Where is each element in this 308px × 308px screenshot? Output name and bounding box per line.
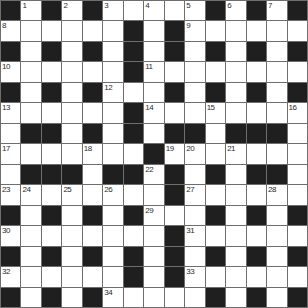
cell-r10c9[interactable]: [185, 206, 204, 225]
cell-r7c9[interactable]: 20: [185, 144, 204, 163]
cell-r3c1[interactable]: [21, 62, 40, 81]
black-cell-r13c8: [165, 267, 184, 286]
clue-number-31: 31: [186, 226, 194, 235]
cell-r9c3[interactable]: 25: [62, 185, 81, 204]
cell-r5c1[interactable]: [21, 103, 40, 122]
cell-r4c7[interactable]: [144, 83, 163, 102]
cell-r6c3[interactable]: [62, 124, 81, 143]
black-cell-r12c14: [288, 247, 307, 266]
black-cell-r7c7: [144, 144, 163, 163]
black-cell-r1c6: [124, 21, 143, 40]
clue-number-22: 22: [145, 165, 153, 174]
clue-number-20: 20: [186, 144, 194, 153]
cell-r10c7[interactable]: 29: [144, 206, 163, 225]
cell-r5c3[interactable]: [62, 103, 81, 122]
clue-number-25: 25: [63, 185, 71, 194]
cell-r9c13[interactable]: 28: [267, 185, 286, 204]
black-cell-r0c4: [83, 1, 102, 20]
cell-r4c3[interactable]: [62, 83, 81, 102]
cell-r11c9[interactable]: 31: [185, 226, 204, 245]
black-cell-r8c13: [267, 165, 286, 184]
black-cell-r8c2: [42, 165, 61, 184]
cell-r1c4[interactable]: [83, 21, 102, 40]
black-cell-r0c2: [42, 1, 61, 20]
cell-r5c4[interactable]: [83, 103, 102, 122]
cell-r7c5[interactable]: [103, 144, 122, 163]
black-cell-r4c4: [83, 83, 102, 102]
cell-r4c13[interactable]: [267, 83, 286, 102]
black-cell-r2c4: [83, 42, 102, 61]
black-cell-r9c8: [165, 185, 184, 204]
black-cell-r6c9: [185, 124, 204, 143]
clue-number-34: 34: [104, 288, 112, 297]
cell-r14c11[interactable]: [226, 288, 245, 307]
cell-r13c5[interactable]: [103, 267, 122, 286]
cell-r1c10[interactable]: [206, 21, 225, 40]
clue-number-2: 2: [63, 1, 67, 10]
cell-r4c11[interactable]: [226, 83, 245, 102]
black-cell-r3c6: [124, 62, 143, 81]
cell-r11c10[interactable]: [206, 226, 225, 245]
black-cell-r10c4: [83, 206, 102, 225]
clue-number-21: 21: [227, 144, 235, 153]
cell-r7c3[interactable]: [62, 144, 81, 163]
cell-r4c1[interactable]: [21, 83, 40, 102]
clue-number-4: 4: [145, 1, 149, 10]
cell-r0c8[interactable]: [165, 1, 184, 20]
cell-r11c6[interactable]: [124, 226, 143, 245]
clue-number-9: 9: [186, 21, 190, 30]
cell-r14c3[interactable]: [62, 288, 81, 307]
black-cell-r8c10: [206, 165, 225, 184]
black-cell-r6c12: [247, 124, 266, 143]
cell-r14c5[interactable]: 34: [103, 288, 122, 307]
clue-number-23: 23: [2, 185, 10, 194]
clue-number-5: 5: [186, 1, 190, 10]
cell-r9c4[interactable]: [83, 185, 102, 204]
cell-r12c5[interactable]: [103, 247, 122, 266]
cell-r2c1[interactable]: [21, 42, 40, 61]
black-cell-r6c13: [267, 124, 286, 143]
cell-r0c6[interactable]: [124, 1, 143, 20]
black-cell-r0c10: [206, 1, 225, 20]
clue-number-27: 27: [186, 185, 194, 194]
black-cell-r8c8: [165, 165, 184, 184]
cell-r13c2[interactable]: [42, 267, 61, 286]
cell-r12c7[interactable]: [144, 247, 163, 266]
clue-number-14: 14: [145, 103, 153, 112]
black-cell-r8c1: [21, 165, 40, 184]
black-cell-r6c2: [42, 124, 61, 143]
cell-r0c3[interactable]: 2: [62, 1, 81, 20]
black-cell-r14c12: [247, 288, 266, 307]
clue-number-16: 16: [289, 103, 297, 112]
black-cell-r6c4: [83, 124, 102, 143]
cell-r12c13[interactable]: [267, 247, 286, 266]
cell-r7c10[interactable]: [206, 144, 225, 163]
cell-r3c9[interactable]: [185, 62, 204, 81]
crossword-board: 1234567891011121314151617181920212223242…: [0, 0, 308, 308]
cell-r9c5[interactable]: 26: [103, 185, 122, 204]
cell-r0c9[interactable]: 5: [185, 1, 204, 20]
cell-r7c13[interactable]: [267, 144, 286, 163]
cell-r14c13[interactable]: [267, 288, 286, 307]
black-cell-r5c6: [124, 103, 143, 122]
black-cell-r10c2: [42, 206, 61, 225]
cell-r7c12[interactable]: [247, 144, 266, 163]
cell-r0c11[interactable]: 6: [226, 1, 245, 20]
black-cell-r6c11: [226, 124, 245, 143]
black-cell-r2c6: [124, 42, 143, 61]
cell-r10c13[interactable]: [267, 206, 286, 225]
black-cell-r2c14: [288, 42, 307, 61]
black-cell-r4c2: [42, 83, 61, 102]
black-cell-r4c14: [288, 83, 307, 102]
cell-r11c2[interactable]: [42, 226, 61, 245]
black-cell-r0c14: [288, 1, 307, 20]
black-cell-r10c14: [288, 206, 307, 225]
cell-r13c9[interactable]: 33: [185, 267, 204, 286]
cell-r3c10[interactable]: [206, 62, 225, 81]
cell-r5c10[interactable]: 15: [206, 103, 225, 122]
cell-r13c4[interactable]: [83, 267, 102, 286]
cell-r5c2[interactable]: [42, 103, 61, 122]
cell-r7c6[interactable]: [124, 144, 143, 163]
black-cell-r2c2: [42, 42, 61, 61]
cell-r11c13[interactable]: [267, 226, 286, 245]
black-cell-r4c0: [1, 83, 20, 102]
clue-number-18: 18: [84, 144, 92, 153]
clue-number-1: 1: [22, 1, 26, 10]
cell-r13c0[interactable]: 32: [1, 267, 20, 286]
cell-r5c13[interactable]: [267, 103, 286, 122]
cell-r8c9[interactable]: [185, 165, 204, 184]
cell-r0c1[interactable]: 1: [21, 1, 40, 20]
cell-r3c13[interactable]: [267, 62, 286, 81]
black-cell-r13c6: [124, 267, 143, 286]
black-cell-r8c5: [103, 165, 122, 184]
cell-r3c14[interactable]: [288, 62, 307, 81]
cell-r8c11[interactable]: [226, 165, 245, 184]
cell-r9c11[interactable]: [226, 185, 245, 204]
cell-r3c2[interactable]: [42, 62, 61, 81]
black-cell-r14c4: [83, 288, 102, 307]
black-cell-r4c8: [165, 83, 184, 102]
clue-number-28: 28: [268, 185, 276, 194]
cell-r8c7[interactable]: 22: [144, 165, 163, 184]
cell-r6c5[interactable]: [103, 124, 122, 143]
cell-r13c10[interactable]: [206, 267, 225, 286]
black-cell-r10c6: [124, 206, 143, 225]
clue-number-32: 32: [2, 267, 10, 276]
cell-r10c1[interactable]: [21, 206, 40, 225]
cell-r1c14[interactable]: [288, 21, 307, 40]
clue-number-10: 10: [2, 62, 10, 71]
black-cell-r10c12: [247, 206, 266, 225]
cell-r5c12[interactable]: [247, 103, 266, 122]
clue-number-26: 26: [104, 185, 112, 194]
cell-r3c8[interactable]: [165, 62, 184, 81]
black-cell-r4c12: [247, 83, 266, 102]
cell-r1c2[interactable]: [42, 21, 61, 40]
black-cell-r14c14: [288, 288, 307, 307]
clue-number-30: 30: [2, 226, 10, 235]
cell-r14c9[interactable]: [185, 288, 204, 307]
black-cell-r6c8: [165, 124, 184, 143]
cell-r13c13[interactable]: [267, 267, 286, 286]
cell-r3c12[interactable]: [247, 62, 266, 81]
cell-r3c0[interactable]: 10: [1, 62, 20, 81]
cell-r1c12[interactable]: [247, 21, 266, 40]
black-cell-r12c6: [124, 247, 143, 266]
cell-r11c14[interactable]: [288, 226, 307, 245]
cell-r2c9[interactable]: [185, 42, 204, 61]
cell-r9c0[interactable]: 23: [1, 185, 20, 204]
black-cell-r14c0: [1, 288, 20, 307]
cell-r13c7[interactable]: [144, 267, 163, 286]
cell-r13c1[interactable]: [21, 267, 40, 286]
cell-r2c13[interactable]: [267, 42, 286, 61]
black-cell-r2c12: [247, 42, 266, 61]
cell-r11c7[interactable]: [144, 226, 163, 245]
cell-r3c7[interactable]: 11: [144, 62, 163, 81]
cell-r5c9[interactable]: [185, 103, 204, 122]
black-cell-r8c6: [124, 165, 143, 184]
black-cell-r6c1: [21, 124, 40, 143]
cell-r6c14[interactable]: [288, 124, 307, 143]
clue-number-13: 13: [2, 103, 10, 112]
cell-r1c9[interactable]: 9: [185, 21, 204, 40]
cell-r7c1[interactable]: [21, 144, 40, 163]
cell-r3c11[interactable]: [226, 62, 245, 81]
cell-r2c5[interactable]: [103, 42, 122, 61]
cell-r1c5[interactable]: [103, 21, 122, 40]
cell-r0c13[interactable]: 7: [267, 1, 286, 20]
black-cell-r10c0: [1, 206, 20, 225]
cell-r14c1[interactable]: [21, 288, 40, 307]
cell-r12c9[interactable]: [185, 247, 204, 266]
black-cell-r12c12: [247, 247, 266, 266]
cell-r5c5[interactable]: [103, 103, 122, 122]
cell-r1c13[interactable]: [267, 21, 286, 40]
black-cell-r12c8: [165, 247, 184, 266]
cell-r8c0[interactable]: [1, 165, 20, 184]
cell-r14c8[interactable]: [165, 288, 184, 307]
cell-r2c7[interactable]: [144, 42, 163, 61]
black-cell-r2c10: [206, 42, 225, 61]
cell-r2c3[interactable]: [62, 42, 81, 61]
cell-r4c6[interactable]: [124, 83, 143, 102]
cell-r7c11[interactable]: 21: [226, 144, 245, 163]
cell-r7c4[interactable]: 18: [83, 144, 102, 163]
black-cell-r0c12: [247, 1, 266, 20]
cell-r11c1[interactable]: [21, 226, 40, 245]
black-cell-r14c10: [206, 288, 225, 307]
cell-r11c5[interactable]: [103, 226, 122, 245]
black-cell-r2c0: [1, 42, 20, 61]
clue-number-24: 24: [22, 185, 30, 194]
clue-number-3: 3: [104, 1, 108, 10]
black-cell-r1c8: [165, 21, 184, 40]
cell-r4c9[interactable]: [185, 83, 204, 102]
cell-r9c12[interactable]: [247, 185, 266, 204]
clue-number-29: 29: [145, 206, 153, 215]
cell-r1c3[interactable]: [62, 21, 81, 40]
black-cell-r12c2: [42, 247, 61, 266]
cell-r9c14[interactable]: [288, 185, 307, 204]
cell-r4c5[interactable]: 12: [103, 83, 122, 102]
cell-r5c11[interactable]: [226, 103, 245, 122]
cell-r5c8[interactable]: [165, 103, 184, 122]
cell-r6c0[interactable]: [1, 124, 20, 143]
black-cell-r2c8: [165, 42, 184, 61]
black-cell-r0c0: [1, 1, 20, 20]
cell-r9c2[interactable]: [42, 185, 61, 204]
cell-r7c8[interactable]: 19: [165, 144, 184, 163]
cell-r10c8[interactable]: [165, 206, 184, 225]
cell-r13c12[interactable]: [247, 267, 266, 286]
cell-r10c5[interactable]: [103, 206, 122, 225]
cell-r7c2[interactable]: [42, 144, 61, 163]
cell-r5c14[interactable]: 16: [288, 103, 307, 122]
cell-r1c0[interactable]: 8: [1, 21, 20, 40]
cell-r1c1[interactable]: [21, 21, 40, 40]
cell-r10c3[interactable]: [62, 206, 81, 225]
clue-number-11: 11: [145, 62, 152, 71]
clue-number-8: 8: [2, 21, 6, 30]
black-cell-r12c10: [206, 247, 225, 266]
black-cell-r6c6: [124, 124, 143, 143]
cell-r12c11[interactable]: [226, 247, 245, 266]
cell-r9c10[interactable]: [206, 185, 225, 204]
black-cell-r4c10: [206, 83, 225, 102]
cell-r10c11[interactable]: [226, 206, 245, 225]
black-cell-r12c0: [1, 247, 20, 266]
cell-r12c3[interactable]: [62, 247, 81, 266]
cell-r11c4[interactable]: [83, 226, 102, 245]
cell-r0c5[interactable]: 3: [103, 1, 122, 20]
black-cell-r8c3: [62, 165, 81, 184]
black-cell-r12c4: [83, 247, 102, 266]
cell-r13c14[interactable]: [288, 267, 307, 286]
cell-r7c0[interactable]: 17: [1, 144, 20, 163]
cell-r9c9[interactable]: 27: [185, 185, 204, 204]
cell-r3c5[interactable]: [103, 62, 122, 81]
clue-number-15: 15: [207, 103, 215, 112]
cell-r13c3[interactable]: [62, 267, 81, 286]
cell-r2c11[interactable]: [226, 42, 245, 61]
cell-r1c7[interactable]: [144, 21, 163, 40]
cell-r9c6[interactable]: [124, 185, 143, 204]
cell-r12c1[interactable]: [21, 247, 40, 266]
cell-r13c11[interactable]: [226, 267, 245, 286]
cell-r5c0[interactable]: 13: [1, 103, 20, 122]
clue-number-19: 19: [166, 144, 174, 153]
cell-r8c4[interactable]: [83, 165, 102, 184]
black-cell-r10c10: [206, 206, 225, 225]
black-cell-r11c8: [165, 226, 184, 245]
cell-r3c3[interactable]: [62, 62, 81, 81]
cell-r11c0[interactable]: 30: [1, 226, 20, 245]
cell-r11c11[interactable]: [226, 226, 245, 245]
clue-number-17: 17: [2, 144, 10, 153]
clue-number-6: 6: [227, 1, 231, 10]
black-cell-r14c2: [42, 288, 61, 307]
cell-r0c7[interactable]: 4: [144, 1, 163, 20]
clue-number-7: 7: [268, 1, 272, 10]
clue-number-12: 12: [104, 83, 112, 92]
cell-r9c7[interactable]: [144, 185, 163, 204]
cell-r7c14[interactable]: [288, 144, 307, 163]
cell-r14c7[interactable]: [144, 288, 163, 307]
cell-r8c14[interactable]: [288, 165, 307, 184]
cell-r6c7[interactable]: [144, 124, 163, 143]
cell-r14c6[interactable]: [124, 288, 143, 307]
cell-r6c10[interactable]: [206, 124, 225, 143]
cell-r3c4[interactable]: [83, 62, 102, 81]
black-cell-r8c12: [247, 165, 266, 184]
cell-r1c11[interactable]: [226, 21, 245, 40]
clue-number-33: 33: [186, 267, 194, 276]
cell-r11c12[interactable]: [247, 226, 266, 245]
cell-r5c7[interactable]: 14: [144, 103, 163, 122]
cell-r9c1[interactable]: 24: [21, 185, 40, 204]
cell-r11c3[interactable]: [62, 226, 81, 245]
